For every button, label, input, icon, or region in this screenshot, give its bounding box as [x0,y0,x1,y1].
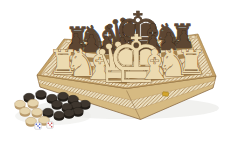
die-pip [48,123,50,125]
checker [15,100,26,107]
die-pip [36,124,38,126]
checker [64,109,75,116]
checker [28,99,39,106]
die-pip [39,127,41,129]
scene-svg: ♜♞♝♛♚♝♞♜♟♟♟♟♟♟♟♟♟♟♟♟♟♟♟♟♜♞♝♛♚♝♞♜ [0,0,240,150]
checker [58,92,69,99]
die-pip [39,124,41,126]
checker [32,108,43,115]
checker [36,90,47,97]
die-pip [37,125,39,127]
checker [52,100,63,107]
product-photo: ♜♞♝♛♚♝♞♜♟♟♟♟♟♟♟♟♟♟♟♟♟♟♟♟♜♞♝♛♚♝♞♜ [0,0,240,150]
die-pip [51,123,53,125]
white-chess-piece-r: ♜ [176,43,206,82]
checker [20,107,31,114]
die-pip [49,124,51,126]
die-pip [51,126,53,128]
checker [43,108,54,115]
checker [54,111,65,118]
